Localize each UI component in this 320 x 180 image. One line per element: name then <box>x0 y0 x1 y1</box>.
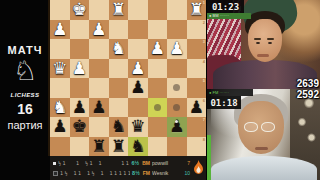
square-e6[interactable] <box>109 98 129 118</box>
square-b2[interactable] <box>167 20 187 40</box>
move-dest-dot[interactable] <box>173 104 180 111</box>
player-name-white: powwill <box>152 160 178 166</box>
white-rook[interactable]: ♜ <box>111 0 126 19</box>
black-king[interactable]: ♚ <box>72 117 87 136</box>
square-f4[interactable] <box>89 59 109 79</box>
square-c2[interactable] <box>148 20 168 40</box>
score-row-black: 1½ 11 1½ 1 11111 8½ FM Wesnik 10 <box>53 169 190 177</box>
square-b1[interactable] <box>167 0 187 20</box>
square-f2[interactable]: ♟ <box>89 20 109 40</box>
clock-bottom: 01:18 <box>207 96 241 109</box>
rank-coordinate: 7 <box>203 117 205 122</box>
white-pawn[interactable]: ♟ <box>72 59 87 78</box>
white-knight[interactable]: ♞ <box>111 39 126 58</box>
black-queen[interactable]: ♛ <box>130 117 145 136</box>
square-g3[interactable] <box>70 39 90 59</box>
white-pawn[interactable]: ♟ <box>130 59 145 78</box>
title-prefix-white: BM <box>142 160 150 166</box>
match-score-bar: ½1 1 ½1 1 11 6½ BM powwill 7 1½ 11 1½ 1 … <box>50 156 206 180</box>
square-b8[interactable] <box>167 137 187 157</box>
glasses-icon <box>244 122 258 132</box>
white-queen[interactable]: ♛ <box>52 59 67 78</box>
square-c5[interactable] <box>148 78 168 98</box>
square-h2[interactable]: ♟ <box>50 20 70 40</box>
square-g8[interactable] <box>70 137 90 157</box>
square-c3[interactable]: ♟ <box>148 39 168 59</box>
square-d1[interactable] <box>128 0 148 20</box>
square-c4[interactable] <box>148 59 168 79</box>
white-pawn[interactable]: ♟ <box>169 39 184 58</box>
webcam-top: 01:23 ● BM ······· <box>207 0 320 89</box>
square-c8[interactable] <box>148 137 168 157</box>
player-top-name-bar: ● BM ······· <box>207 13 251 19</box>
square-g5[interactable] <box>70 78 90 98</box>
move-dest-dot[interactable] <box>154 104 161 111</box>
square-a5[interactable]: 5 <box>187 78 207 98</box>
black-knight[interactable]: ♞ <box>130 137 145 156</box>
game-number: 16 <box>0 101 50 117</box>
square-h8[interactable] <box>50 137 70 157</box>
square-e7[interactable]: ♞ <box>109 117 129 137</box>
square-g6[interactable]: ♟ <box>70 98 90 118</box>
stream-frame: МАТЧ ♘ LICHESS 16 партия ♚♜♜1♟♟2♞♟♟3♛♟♟4… <box>0 0 320 180</box>
black-knight[interactable]: ♞ <box>111 117 126 136</box>
black-pawn[interactable]: ♟ <box>72 98 87 117</box>
rank-coordinate: 5 <box>203 78 205 83</box>
player-bottom-shirt <box>211 156 317 180</box>
square-a4[interactable]: 4 <box>187 59 207 79</box>
white-color-indicator <box>53 162 56 165</box>
black-rook[interactable]: ♜ <box>91 137 106 156</box>
square-a2[interactable]: 2 <box>187 20 207 40</box>
square-f8[interactable]: ♜ <box>89 137 109 157</box>
title-prefix-black: FM <box>143 170 150 176</box>
square-b7[interactable]: ♟ <box>167 117 187 137</box>
square-d5[interactable]: ♟ <box>128 78 148 98</box>
square-g1[interactable]: ♚ <box>70 0 90 20</box>
square-d3[interactable] <box>128 39 148 59</box>
clock-top: 01:23 <box>207 0 244 13</box>
white-knight[interactable]: ♞ <box>52 98 67 117</box>
square-f6[interactable]: ♟ <box>89 98 109 118</box>
square-b5[interactable] <box>167 78 187 98</box>
game-results-white: ½1 1 ½1 1 11 <box>58 160 130 166</box>
square-e1[interactable]: ♜ <box>109 0 129 20</box>
square-h4[interactable]: ♛ <box>50 59 70 79</box>
black-pawn[interactable]: ♟ <box>189 98 204 117</box>
lichess-knight-icon: ♘ <box>0 56 50 86</box>
rank-coordinate: 2 <box>203 20 205 25</box>
square-g7[interactable]: ♚ <box>70 117 90 137</box>
black-pawn[interactable]: ♟ <box>130 78 145 97</box>
square-f5[interactable] <box>89 78 109 98</box>
black-pawn[interactable]: ♟ <box>91 98 106 117</box>
white-king[interactable]: ♚ <box>72 0 87 19</box>
total-score-black: 8½ <box>132 170 140 176</box>
rank-coordinate: 3 <box>203 39 205 44</box>
white-pawn[interactable]: ♟ <box>150 39 165 58</box>
square-d7[interactable]: ♛ <box>128 117 148 137</box>
square-e8[interactable]: ♜ <box>109 137 129 157</box>
game-results-black: 1½ 11 1½ 1 11111 <box>60 170 130 176</box>
square-c6[interactable] <box>148 98 168 118</box>
square-c1[interactable] <box>148 0 168 20</box>
square-g4[interactable]: ♟ <box>70 59 90 79</box>
square-e2[interactable] <box>109 20 129 40</box>
square-b4[interactable] <box>167 59 187 79</box>
square-f3[interactable] <box>89 39 109 59</box>
square-a8[interactable]: 8 <box>187 137 207 157</box>
left-panel: МАТЧ ♘ LICHESS 16 партия <box>0 0 50 180</box>
white-pawn[interactable]: ♟ <box>91 20 106 39</box>
rank-coordinate: 8 <box>203 137 205 142</box>
square-d6[interactable] <box>128 98 148 118</box>
rating-top: 2639 <box>297 78 319 89</box>
square-f7[interactable] <box>89 117 109 137</box>
player-bottom-name-bar: ● FM ······· <box>207 89 253 96</box>
rank-coordinate: 4 <box>203 59 205 64</box>
square-b6[interactable] <box>167 98 187 118</box>
square-c7[interactable] <box>148 117 168 137</box>
square-d8[interactable]: ♞ <box>128 137 148 157</box>
black-color-indicator <box>53 171 58 176</box>
square-a6[interactable]: ♟6 <box>187 98 207 118</box>
square-e4[interactable] <box>109 59 129 79</box>
white-pawn[interactable]: ♟ <box>52 20 67 39</box>
rating-bottom: 2592 <box>297 89 319 100</box>
square-e3[interactable]: ♞ <box>109 39 129 59</box>
square-h6[interactable]: ♞ <box>50 98 70 118</box>
score-value-black: 10 <box>182 170 190 176</box>
square-h3[interactable] <box>50 39 70 59</box>
player-name-black: Wesnik <box>152 170 178 176</box>
move-dest-dot[interactable] <box>173 84 180 91</box>
black-pawn[interactable]: ♟ <box>52 117 67 136</box>
score-row-white: ½1 1 ½1 1 11 6½ BM powwill 7 <box>53 159 190 167</box>
square-a7[interactable]: 7 <box>187 117 207 137</box>
square-g2[interactable] <box>70 20 90 40</box>
total-score-white: 6½ <box>132 160 140 166</box>
white-rook[interactable]: ♜ <box>189 0 204 19</box>
square-d2[interactable] <box>128 20 148 40</box>
square-h5[interactable] <box>50 78 70 98</box>
black-rook[interactable]: ♜ <box>111 137 126 156</box>
flame-icon <box>193 160 204 175</box>
chess-board[interactable]: ♚♜♜1♟♟2♞♟♟3♛♟♟4♟5♞♟♟♟6♟♚♞♛♟7♜♜♞8 <box>50 0 206 156</box>
score-value-white: 7 <box>182 160 190 166</box>
square-e5[interactable] <box>109 78 129 98</box>
square-a1[interactable]: ♜1 <box>187 0 207 20</box>
square-f1[interactable] <box>89 0 109 20</box>
square-h7[interactable]: ♟ <box>50 117 70 137</box>
square-b3[interactable]: ♟ <box>167 39 187 59</box>
lichess-wordmark: LICHESS <box>0 92 50 98</box>
square-a3[interactable]: 3 <box>187 39 207 59</box>
square-d4[interactable]: ♟ <box>128 59 148 79</box>
webcam-bottom: ● FM ······· 01:18 <box>207 89 320 180</box>
game-number-label: партия <box>0 119 50 131</box>
square-h1[interactable] <box>50 0 70 20</box>
